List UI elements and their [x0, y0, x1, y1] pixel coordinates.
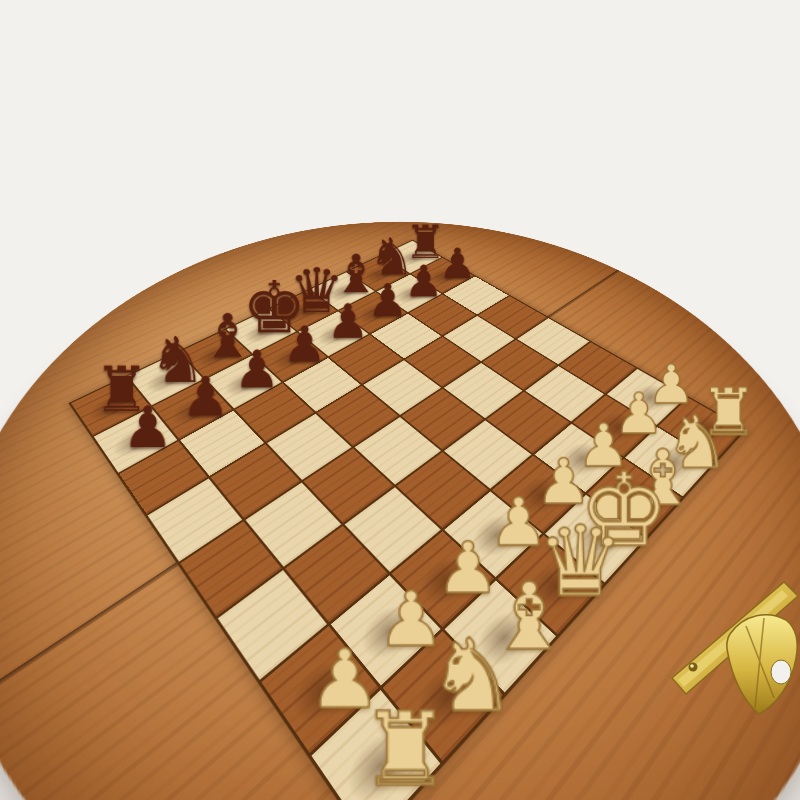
piece-black-pawn[interactable]: ♟ [283, 321, 328, 368]
piece-white-rook[interactable]: ♜ [360, 703, 451, 800]
piece-black-pawn[interactable]: ♟ [367, 279, 408, 322]
photo-scene: ♜♞♝♚♛♝♞♜♟♟♟♟♟♟♟♟♟♟♟♟♟♟♟♟♜♞♝♛♚♝♞♜ [0, 0, 800, 800]
piece-black-pawn[interactable]: ♟ [439, 244, 477, 284]
piece-black-pawn[interactable]: ♟ [404, 261, 443, 303]
piece-black-pawn[interactable]: ♟ [122, 400, 174, 455]
piece-black-pawn[interactable]: ♟ [234, 345, 281, 394]
piece-black-pawn[interactable]: ♟ [181, 371, 230, 423]
piece-black-pawn[interactable]: ♟ [327, 299, 370, 344]
brass-clasp [626, 566, 800, 762]
